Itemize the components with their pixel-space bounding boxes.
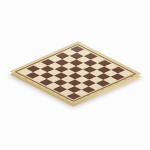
product-photo-background: abcdefgh 87654321	[0, 0, 150, 150]
chess-board[interactable]: abcdefgh 87654321	[10, 41, 141, 103]
board-grid	[19, 45, 132, 98]
